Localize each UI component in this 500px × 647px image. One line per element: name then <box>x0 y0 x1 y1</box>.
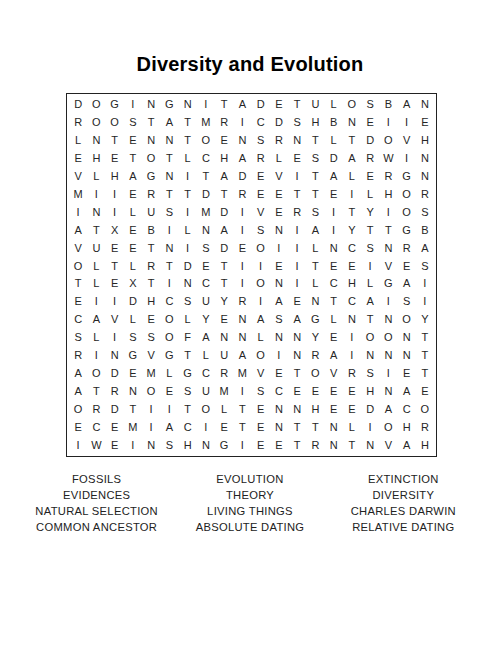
grid-cell[interactable]: E <box>398 257 416 275</box>
grid-cell[interactable]: S <box>142 329 160 347</box>
grid-cell[interactable]: H <box>142 293 160 311</box>
grid-cell[interactable]: I <box>233 114 251 132</box>
grid-cell[interactable]: E <box>343 382 361 400</box>
grid-cell[interactable]: T <box>215 275 233 293</box>
grid-cell[interactable]: R <box>361 150 379 168</box>
grid-cell[interactable]: A <box>69 364 87 382</box>
grid-cell[interactable]: T <box>343 203 361 221</box>
grid-cell[interactable]: R <box>233 185 251 203</box>
grid-cell[interactable]: H <box>306 114 324 132</box>
grid-cell[interactable]: S <box>69 329 87 347</box>
grid-cell[interactable]: E <box>325 257 343 275</box>
grid-cell[interactable]: M <box>233 364 251 382</box>
grid-cell[interactable]: T <box>306 257 324 275</box>
grid-cell[interactable]: C <box>398 400 416 418</box>
grid-cell[interactable]: E <box>197 257 215 275</box>
grid-cell[interactable]: I <box>87 347 105 365</box>
grid-cell[interactable]: D <box>215 203 233 221</box>
grid-cell[interactable]: E <box>416 382 434 400</box>
grid-cell[interactable]: R <box>398 239 416 257</box>
grid-cell[interactable]: I <box>379 203 397 221</box>
grid-cell[interactable]: E <box>306 382 324 400</box>
grid-cell[interactable]: H <box>379 185 397 203</box>
grid-cell[interactable]: V <box>379 436 397 454</box>
grid-cell[interactable]: O <box>306 364 324 382</box>
grid-cell[interactable]: N <box>398 347 416 365</box>
grid-cell[interactable]: I <box>160 275 178 293</box>
grid-cell[interactable]: X <box>124 275 142 293</box>
grid-cell[interactable]: S <box>124 329 142 347</box>
grid-cell[interactable]: S <box>197 239 215 257</box>
grid-cell[interactable]: S <box>252 221 270 239</box>
grid-cell[interactable]: X <box>106 221 124 239</box>
grid-cell[interactable]: R <box>215 114 233 132</box>
grid-cell[interactable]: I <box>288 239 306 257</box>
grid-cell[interactable]: T <box>233 418 251 436</box>
grid-cell[interactable]: O <box>252 239 270 257</box>
grid-cell[interactable]: D <box>252 96 270 114</box>
grid-cell[interactable]: L <box>306 239 324 257</box>
grid-cell[interactable]: I <box>197 96 215 114</box>
grid-cell[interactable]: T <box>179 347 197 365</box>
grid-cell[interactable]: S <box>361 239 379 257</box>
grid-cell[interactable]: T <box>306 418 324 436</box>
grid-cell[interactable]: V <box>379 257 397 275</box>
grid-cell[interactable]: E <box>288 150 306 168</box>
grid-cell[interactable]: S <box>179 293 197 311</box>
grid-cell[interactable]: E <box>361 168 379 186</box>
grid-cell[interactable]: O <box>106 114 124 132</box>
grid-cell[interactable]: D <box>106 364 124 382</box>
grid-cell[interactable]: Y <box>416 311 434 329</box>
grid-cell[interactable]: V <box>270 168 288 186</box>
grid-cell[interactable]: E <box>106 418 124 436</box>
grid-cell[interactable]: N <box>379 239 397 257</box>
grid-cell[interactable]: C <box>87 418 105 436</box>
grid-cell[interactable]: E <box>69 150 87 168</box>
grid-cell[interactable]: R <box>215 364 233 382</box>
grid-cell[interactable]: L <box>124 257 142 275</box>
grid-cell[interactable]: O <box>87 114 105 132</box>
grid-cell[interactable]: I <box>361 418 379 436</box>
grid-cell[interactable]: T <box>288 436 306 454</box>
grid-cell[interactable]: L <box>124 203 142 221</box>
grid-cell[interactable]: O <box>69 400 87 418</box>
grid-cell[interactable]: E <box>160 382 178 400</box>
grid-cell[interactable]: D <box>361 400 379 418</box>
grid-cell[interactable]: E <box>106 436 124 454</box>
grid-cell[interactable]: W <box>87 436 105 454</box>
grid-cell[interactable]: N <box>270 400 288 418</box>
grid-cell[interactable]: A <box>398 275 416 293</box>
grid-cell[interactable]: G <box>160 96 178 114</box>
grid-cell[interactable]: N <box>288 329 306 347</box>
grid-cell[interactable]: V <box>398 132 416 150</box>
grid-cell[interactable]: T <box>160 257 178 275</box>
grid-cell[interactable]: C <box>197 364 215 382</box>
grid-cell[interactable]: G <box>398 221 416 239</box>
grid-cell[interactable]: C <box>343 239 361 257</box>
grid-cell[interactable]: T <box>343 436 361 454</box>
grid-cell[interactable]: E <box>124 185 142 203</box>
grid-cell[interactable]: D <box>179 257 197 275</box>
grid-cell[interactable]: N <box>379 311 397 329</box>
grid-cell[interactable]: E <box>124 364 142 382</box>
grid-cell[interactable]: I <box>106 185 124 203</box>
grid-cell[interactable]: O <box>69 257 87 275</box>
grid-cell[interactable]: O <box>252 347 270 365</box>
grid-cell[interactable]: U <box>215 347 233 365</box>
grid-cell[interactable]: M <box>215 382 233 400</box>
grid-cell[interactable]: A <box>416 239 434 257</box>
grid-cell[interactable]: C <box>179 418 197 436</box>
grid-cell[interactable]: O <box>142 150 160 168</box>
grid-cell[interactable]: I <box>325 203 343 221</box>
grid-cell[interactable]: E <box>288 293 306 311</box>
grid-cell[interactable]: N <box>197 436 215 454</box>
grid-cell[interactable]: E <box>270 96 288 114</box>
grid-cell[interactable]: T <box>124 150 142 168</box>
grid-cell[interactable]: H <box>215 150 233 168</box>
grid-cell[interactable]: T <box>87 382 105 400</box>
grid-cell[interactable]: A <box>124 168 142 186</box>
grid-cell[interactable]: T <box>215 96 233 114</box>
grid-cell[interactable]: R <box>233 293 251 311</box>
grid-cell[interactable]: S <box>361 364 379 382</box>
grid-cell[interactable]: T <box>306 168 324 186</box>
grid-cell[interactable]: A <box>233 96 251 114</box>
grid-cell[interactable]: D <box>124 293 142 311</box>
grid-cell[interactable]: F <box>179 329 197 347</box>
grid-cell[interactable]: B <box>379 96 397 114</box>
grid-cell[interactable]: E <box>252 185 270 203</box>
grid-cell[interactable]: S <box>416 203 434 221</box>
grid-cell[interactable]: V <box>142 347 160 365</box>
grid-cell[interactable]: E <box>325 382 343 400</box>
grid-cell[interactable]: O <box>142 382 160 400</box>
grid-cell[interactable]: N <box>361 436 379 454</box>
grid-cell[interactable]: L <box>197 347 215 365</box>
grid-cell[interactable]: A <box>160 114 178 132</box>
grid-cell[interactable]: N <box>233 311 251 329</box>
grid-cell[interactable]: L <box>87 257 105 275</box>
grid-cell[interactable]: L <box>343 418 361 436</box>
grid-cell[interactable]: V <box>252 364 270 382</box>
grid-cell[interactable]: I <box>288 168 306 186</box>
grid-cell[interactable]: S <box>179 382 197 400</box>
grid-cell[interactable]: I <box>379 293 397 311</box>
grid-cell[interactable]: T <box>288 418 306 436</box>
grid-cell[interactable]: N <box>288 132 306 150</box>
grid-cell[interactable]: T <box>361 221 379 239</box>
grid-cell[interactable]: T <box>124 400 142 418</box>
grid-cell[interactable]: L <box>361 185 379 203</box>
grid-cell[interactable]: I <box>288 221 306 239</box>
grid-cell[interactable]: E <box>124 239 142 257</box>
grid-cell[interactable]: R <box>69 114 87 132</box>
grid-cell[interactable]: I <box>379 364 397 382</box>
grid-cell[interactable]: R <box>69 347 87 365</box>
grid-cell[interactable]: E <box>270 203 288 221</box>
grid-cell[interactable]: E <box>106 275 124 293</box>
grid-cell[interactable]: I <box>233 382 251 400</box>
grid-cell[interactable]: I <box>124 96 142 114</box>
grid-cell[interactable]: E <box>106 239 124 257</box>
grid-cell[interactable]: A <box>233 347 251 365</box>
grid-cell[interactable]: N <box>179 275 197 293</box>
grid-cell[interactable]: T <box>106 257 124 275</box>
grid-cell[interactable]: T <box>288 185 306 203</box>
grid-cell[interactable]: I <box>106 203 124 221</box>
grid-cell[interactable]: N <box>233 329 251 347</box>
grid-cell[interactable]: G <box>398 168 416 186</box>
grid-cell[interactable]: I <box>233 436 251 454</box>
grid-cell[interactable]: L <box>160 364 178 382</box>
grid-cell[interactable]: T <box>197 168 215 186</box>
grid-cell[interactable]: I <box>398 150 416 168</box>
grid-cell[interactable]: I <box>69 203 87 221</box>
grid-cell[interactable]: C <box>160 293 178 311</box>
grid-cell[interactable]: T <box>416 347 434 365</box>
grid-cell[interactable]: O <box>197 400 215 418</box>
grid-cell[interactable]: H <box>416 436 434 454</box>
grid-cell[interactable]: G <box>306 311 324 329</box>
grid-cell[interactable]: L <box>179 221 197 239</box>
grid-cell[interactable]: E <box>252 436 270 454</box>
grid-cell[interactable]: N <box>142 96 160 114</box>
grid-cell[interactable]: A <box>379 400 397 418</box>
grid-cell[interactable]: E <box>215 418 233 436</box>
grid-cell[interactable]: O <box>379 418 397 436</box>
grid-cell[interactable]: O <box>160 311 178 329</box>
grid-cell[interactable]: L <box>179 150 197 168</box>
grid-cell[interactable]: G <box>179 364 197 382</box>
grid-cell[interactable]: E <box>398 364 416 382</box>
grid-cell[interactable]: I <box>106 293 124 311</box>
grid-cell[interactable]: T <box>160 185 178 203</box>
grid-cell[interactable]: M <box>197 114 215 132</box>
grid-cell[interactable]: I <box>252 293 270 311</box>
grid-cell[interactable]: L <box>325 132 343 150</box>
grid-cell[interactable]: N <box>270 329 288 347</box>
grid-cell[interactable]: E <box>270 185 288 203</box>
grid-cell[interactable]: N <box>325 436 343 454</box>
grid-cell[interactable]: R <box>416 418 434 436</box>
grid-cell[interactable]: H <box>106 168 124 186</box>
grid-cell[interactable]: E <box>124 221 142 239</box>
grid-cell[interactable]: G <box>106 96 124 114</box>
grid-cell[interactable]: R <box>270 132 288 150</box>
grid-cell[interactable]: O <box>416 400 434 418</box>
grid-cell[interactable]: N <box>270 221 288 239</box>
grid-cell[interactable]: I <box>270 239 288 257</box>
grid-cell[interactable]: A <box>398 436 416 454</box>
grid-cell[interactable]: T <box>179 114 197 132</box>
grid-cell[interactable]: O <box>343 96 361 114</box>
grid-cell[interactable]: E <box>270 257 288 275</box>
grid-cell[interactable]: N <box>325 418 343 436</box>
grid-cell[interactable]: E <box>215 132 233 150</box>
grid-cell[interactable]: R <box>306 347 324 365</box>
grid-cell[interactable]: S <box>160 203 178 221</box>
grid-cell[interactable]: U <box>87 239 105 257</box>
grid-cell[interactable]: T <box>106 132 124 150</box>
grid-cell[interactable]: R <box>252 150 270 168</box>
grid-cell[interactable]: R <box>288 203 306 221</box>
grid-cell[interactable]: I <box>179 239 197 257</box>
grid-cell[interactable]: N <box>416 96 434 114</box>
grid-cell[interactable]: I <box>87 185 105 203</box>
grid-cell[interactable]: B <box>325 114 343 132</box>
grid-cell[interactable]: A <box>325 168 343 186</box>
grid-cell[interactable]: R <box>87 400 105 418</box>
grid-cell[interactable]: U <box>197 293 215 311</box>
grid-cell[interactable]: N <box>142 132 160 150</box>
grid-cell[interactable]: O <box>361 329 379 347</box>
grid-cell[interactable]: N <box>379 347 397 365</box>
grid-cell[interactable]: A <box>233 150 251 168</box>
grid-cell[interactable]: N <box>325 239 343 257</box>
grid-cell[interactable]: U <box>306 96 324 114</box>
grid-cell[interactable]: D <box>270 114 288 132</box>
grid-cell[interactable]: N <box>124 382 142 400</box>
grid-cell[interactable]: A <box>252 311 270 329</box>
grid-cell[interactable]: V <box>69 239 87 257</box>
grid-cell[interactable]: C <box>325 275 343 293</box>
grid-cell[interactable]: M <box>142 364 160 382</box>
grid-cell[interactable]: D <box>233 168 251 186</box>
grid-cell[interactable]: N <box>288 400 306 418</box>
grid-cell[interactable]: A <box>306 221 324 239</box>
grid-cell[interactable]: R <box>379 168 397 186</box>
grid-cell[interactable]: H <box>398 418 416 436</box>
grid-cell[interactable]: E <box>361 114 379 132</box>
grid-cell[interactable]: G <box>379 275 397 293</box>
grid-cell[interactable]: A <box>270 293 288 311</box>
grid-cell[interactable]: R <box>106 382 124 400</box>
grid-cell[interactable]: D <box>325 150 343 168</box>
grid-cell[interactable]: E <box>325 400 343 418</box>
grid-cell[interactable]: A <box>215 221 233 239</box>
grid-cell[interactable]: N <box>160 168 178 186</box>
grid-cell[interactable]: I <box>343 329 361 347</box>
grid-cell[interactable]: H <box>416 132 434 150</box>
grid-cell[interactable]: D <box>106 400 124 418</box>
grid-cell[interactable]: A <box>398 382 416 400</box>
grid-cell[interactable]: N <box>398 329 416 347</box>
grid-cell[interactable]: E <box>69 293 87 311</box>
grid-cell[interactable]: I <box>270 347 288 365</box>
grid-cell[interactable]: E <box>288 382 306 400</box>
grid-cell[interactable]: A <box>325 347 343 365</box>
grid-cell[interactable]: N <box>416 150 434 168</box>
grid-cell[interactable]: N <box>179 96 197 114</box>
grid-cell[interactable]: O <box>379 132 397 150</box>
grid-cell[interactable]: T <box>288 364 306 382</box>
grid-cell[interactable]: D <box>361 132 379 150</box>
grid-cell[interactable]: Y <box>197 311 215 329</box>
grid-cell[interactable]: O <box>160 329 178 347</box>
grid-cell[interactable]: I <box>379 114 397 132</box>
grid-cell[interactable]: A <box>87 311 105 329</box>
grid-cell[interactable]: T <box>142 239 160 257</box>
grid-cell[interactable]: E <box>142 311 160 329</box>
grid-cell[interactable]: I <box>160 400 178 418</box>
grid-cell[interactable]: N <box>288 347 306 365</box>
grid-cell[interactable]: S <box>416 257 434 275</box>
grid-cell[interactable]: I <box>179 168 197 186</box>
grid-cell[interactable]: I <box>142 400 160 418</box>
grid-cell[interactable]: I <box>124 436 142 454</box>
grid-cell[interactable]: N <box>215 329 233 347</box>
grid-cell[interactable]: E <box>270 364 288 382</box>
grid-cell[interactable]: T <box>288 96 306 114</box>
grid-cell[interactable]: O <box>252 275 270 293</box>
grid-cell[interactable]: S <box>398 293 416 311</box>
grid-cell[interactable]: T <box>87 221 105 239</box>
grid-cell[interactable]: A <box>361 293 379 311</box>
grid-cell[interactable]: E <box>124 132 142 150</box>
grid-cell[interactable]: T <box>215 257 233 275</box>
grid-cell[interactable]: N <box>416 168 434 186</box>
grid-cell[interactable]: T <box>416 329 434 347</box>
grid-cell[interactable]: C <box>252 114 270 132</box>
grid-cell[interactable]: R <box>142 257 160 275</box>
grid-cell[interactable]: I <box>343 185 361 203</box>
grid-cell[interactable]: E <box>233 239 251 257</box>
grid-cell[interactable]: A <box>215 168 233 186</box>
grid-cell[interactable]: L <box>252 329 270 347</box>
grid-cell[interactable]: I <box>288 257 306 275</box>
grid-cell[interactable]: I <box>233 221 251 239</box>
grid-cell[interactable]: L <box>124 311 142 329</box>
grid-cell[interactable]: A <box>69 221 87 239</box>
grid-cell[interactable]: L <box>361 275 379 293</box>
grid-cell[interactable]: C <box>197 150 215 168</box>
grid-cell[interactable]: I <box>69 436 87 454</box>
grid-cell[interactable]: A <box>343 150 361 168</box>
grid-cell[interactable]: T <box>306 185 324 203</box>
grid-cell[interactable]: E <box>325 329 343 347</box>
grid-cell[interactable]: I <box>233 257 251 275</box>
grid-cell[interactable]: H <box>87 150 105 168</box>
grid-cell[interactable]: T <box>233 400 251 418</box>
grid-cell[interactable]: I <box>416 275 434 293</box>
grid-cell[interactable]: T <box>179 132 197 150</box>
grid-cell[interactable]: T <box>361 311 379 329</box>
grid-cell[interactable]: N <box>379 382 397 400</box>
grid-cell[interactable]: C <box>69 311 87 329</box>
grid-cell[interactable]: N <box>233 132 251 150</box>
grid-cell[interactable]: C <box>197 275 215 293</box>
grid-cell[interactable]: O <box>87 96 105 114</box>
grid-cell[interactable]: N <box>160 132 178 150</box>
grid-cell[interactable]: A <box>398 96 416 114</box>
grid-cell[interactable]: S <box>306 203 324 221</box>
grid-cell[interactable]: I <box>361 257 379 275</box>
grid-cell[interactable]: L <box>343 168 361 186</box>
grid-cell[interactable]: T <box>160 150 178 168</box>
grid-cell[interactable]: T <box>179 400 197 418</box>
grid-cell[interactable]: H <box>361 382 379 400</box>
grid-cell[interactable]: N <box>106 347 124 365</box>
grid-cell[interactable]: T <box>306 132 324 150</box>
grid-cell[interactable]: I <box>343 347 361 365</box>
grid-cell[interactable]: O <box>379 329 397 347</box>
grid-cell[interactable]: S <box>361 96 379 114</box>
grid-cell[interactable]: I <box>87 293 105 311</box>
grid-cell[interactable]: A <box>197 329 215 347</box>
